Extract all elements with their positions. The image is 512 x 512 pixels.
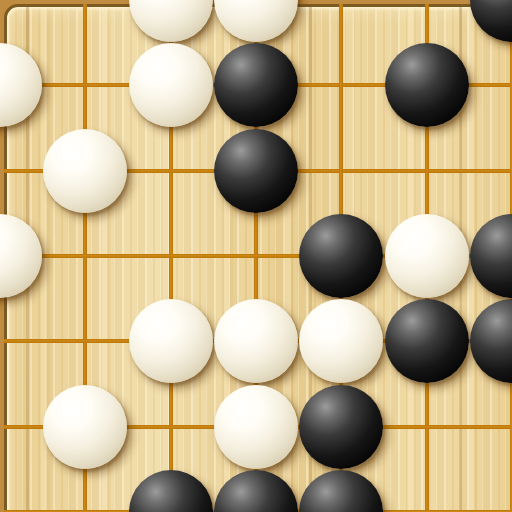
stone-white[interactable] (129, 43, 213, 127)
stone-white[interactable] (0, 214, 42, 298)
stone-white[interactable] (0, 43, 42, 127)
stone-white[interactable] (214, 0, 298, 42)
stone-black[interactable] (470, 0, 512, 42)
stone-black[interactable] (299, 385, 383, 469)
go-board-view (0, 0, 512, 512)
stone-black[interactable] (129, 470, 213, 512)
stone-white[interactable] (43, 385, 127, 469)
stone-black[interactable] (385, 299, 469, 383)
stone-black[interactable] (214, 129, 298, 213)
stone-black[interactable] (385, 43, 469, 127)
stone-black[interactable] (470, 299, 512, 383)
stone-black[interactable] (470, 214, 512, 298)
stone-black[interactable] (214, 43, 298, 127)
stone-white[interactable] (214, 385, 298, 469)
stone-white[interactable] (43, 129, 127, 213)
stone-white[interactable] (385, 214, 469, 298)
stone-black[interactable] (299, 214, 383, 298)
stone-white[interactable] (214, 299, 298, 383)
stone-black[interactable] (299, 470, 383, 512)
stone-white[interactable] (129, 0, 213, 42)
stone-white[interactable] (129, 299, 213, 383)
stone-black[interactable] (214, 470, 298, 512)
stones-layer (0, 0, 512, 512)
stone-white[interactable] (299, 299, 383, 383)
